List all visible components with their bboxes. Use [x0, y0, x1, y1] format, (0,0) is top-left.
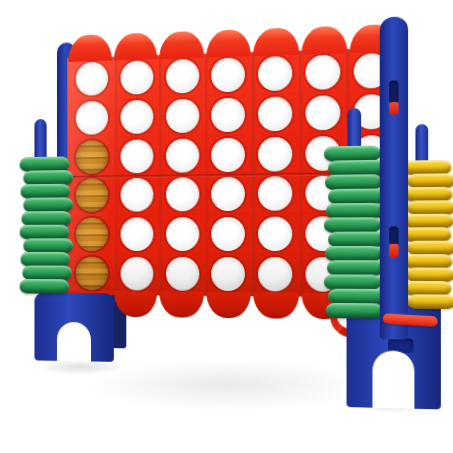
green-ring[interactable]	[326, 303, 383, 319]
empty-hole	[121, 257, 154, 291]
board-cell-r1c1[interactable]	[70, 59, 114, 99]
scallop-hump	[301, 26, 348, 55]
yellow-ring[interactable]	[407, 241, 453, 256]
green-ring[interactable]	[328, 188, 385, 204]
empty-hole	[258, 177, 292, 212]
board-cell-r5c5[interactable]	[252, 214, 299, 254]
empty-hole	[305, 54, 340, 90]
board-cell-r2c5[interactable]	[252, 93, 299, 134]
board-cell-r1c4[interactable]	[205, 54, 251, 95]
green-ring[interactable]	[324, 274, 381, 290]
board-cell-r4c3[interactable]	[160, 175, 206, 215]
right-front-ring-post	[326, 107, 383, 318]
board-cell-r4c5[interactable]	[252, 174, 299, 215]
scallop-hump	[113, 32, 157, 60]
right-green-ring-stack	[326, 146, 383, 318]
green-ring[interactable]	[326, 203, 383, 219]
yellow-ring[interactable]	[407, 200, 453, 215]
green-ring[interactable]	[20, 225, 70, 240]
green-ring[interactable]	[328, 232, 385, 247]
green-ring[interactable]	[327, 260, 384, 275]
empty-hole	[258, 257, 292, 291]
hole-showing-rear-rings	[76, 218, 108, 251]
scallop-hump	[253, 27, 299, 56]
empty-hole	[76, 101, 108, 135]
empty-hole	[166, 217, 199, 251]
board-cell-r6c2[interactable]	[115, 254, 160, 293]
scallop-hump	[253, 292, 299, 319]
empty-hole	[212, 217, 246, 251]
front-left-leg	[34, 293, 113, 362]
empty-hole	[166, 138, 199, 172]
green-ring[interactable]	[21, 211, 71, 226]
green-ring[interactable]	[325, 246, 382, 261]
board-cell-r3c4[interactable]	[205, 134, 251, 175]
right-yellow-ring-stack	[405, 161, 453, 309]
board-cell-r4c4[interactable]	[205, 174, 251, 214]
board-cell-r6c4[interactable]	[205, 254, 251, 294]
yellow-ring[interactable]	[403, 227, 452, 242]
empty-hole	[121, 100, 154, 134]
board-cell-r5c3[interactable]	[160, 214, 206, 254]
empty-hole	[212, 97, 246, 132]
right-rear-ring-post	[405, 124, 453, 310]
board-cell-r1c5[interactable]	[252, 53, 299, 94]
empty-hole	[121, 139, 154, 173]
board-cell-r2c4[interactable]	[205, 94, 251, 135]
connect-four-unit	[9, 0, 453, 453]
red-slider-button-bottom[interactable]	[389, 244, 398, 257]
empty-hole	[166, 59, 199, 94]
green-ring[interactable]	[328, 160, 385, 176]
green-ring[interactable]	[23, 197, 73, 212]
left-ring-post	[21, 118, 71, 293]
product-photo-scene	[0, 0, 453, 453]
scallop-hump	[68, 34, 111, 62]
board-cell-r1c6[interactable]	[299, 51, 347, 93]
scallop-hump	[159, 292, 204, 318]
empty-hole	[258, 96, 292, 131]
board-cell-r4c2[interactable]	[115, 175, 160, 215]
green-ring[interactable]	[324, 217, 381, 233]
empty-hole	[212, 177, 246, 211]
empty-hole	[212, 137, 246, 172]
empty-hole	[212, 257, 246, 291]
board-cell-r3c5[interactable]	[252, 133, 299, 174]
empty-hole	[166, 98, 199, 132]
board-cell-r6c5[interactable]	[252, 254, 299, 294]
green-ring[interactable]	[21, 252, 71, 267]
leg-handle-recess	[388, 338, 413, 353]
board-cell-r2c2[interactable]	[115, 97, 160, 137]
green-ring[interactable]	[22, 265, 72, 280]
board-cell-r5c4[interactable]	[205, 214, 251, 254]
empty-hole	[258, 56, 292, 91]
hole-showing-rear-rings	[76, 257, 108, 290]
green-ring[interactable]	[20, 279, 70, 294]
empty-hole	[258, 136, 292, 171]
yellow-ring[interactable]	[405, 214, 453, 229]
board-cell-r1c3[interactable]	[160, 56, 206, 97]
board-cell-r2c1[interactable]	[70, 98, 114, 138]
hole-showing-rear-rings	[76, 140, 108, 174]
green-ring[interactable]	[23, 170, 73, 185]
green-ring[interactable]	[23, 238, 73, 253]
hole-showing-rear-rings	[76, 179, 108, 213]
scallop-hump	[206, 29, 251, 58]
empty-hole	[166, 257, 199, 291]
empty-hole	[121, 178, 154, 212]
board-cell-r3c3[interactable]	[160, 135, 206, 175]
board-cell-r2c3[interactable]	[160, 95, 206, 136]
yellow-ring[interactable]	[407, 294, 453, 309]
left-green-ring-stack	[21, 157, 71, 293]
board-cell-r5c2[interactable]	[115, 215, 160, 254]
right-frame-upright	[380, 16, 408, 339]
scallop-hump	[113, 291, 157, 317]
board-cell-r5c1[interactable]	[70, 215, 114, 254]
board-cell-r1c2[interactable]	[115, 57, 160, 98]
board-cell-r3c1[interactable]	[70, 137, 114, 177]
empty-hole	[121, 60, 154, 94]
empty-hole	[121, 218, 154, 252]
empty-hole	[212, 57, 246, 92]
yellow-ring[interactable]	[404, 254, 453, 269]
red-slider-button-top[interactable]	[389, 102, 398, 115]
scallop-hump	[159, 31, 204, 59]
board-cell-r3c2[interactable]	[115, 136, 160, 176]
empty-hole	[258, 217, 292, 251]
board-cell-r6c3[interactable]	[160, 254, 206, 294]
yellow-ring[interactable]	[403, 281, 452, 296]
empty-hole	[76, 62, 108, 96]
board-cell-r6c1[interactable]	[70, 254, 114, 293]
empty-hole	[166, 178, 199, 212]
scallop-hump	[206, 292, 251, 318]
board-cell-r4c1[interactable]	[70, 176, 114, 215]
